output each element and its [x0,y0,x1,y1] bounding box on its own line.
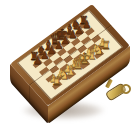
brass-clasp-icon [103,79,133,105]
piece-white-r: ♜ [101,40,111,51]
clasp-pin [105,79,113,89]
square-h1: ♜ [101,45,111,54]
product-photo-chess-set: ♜♞♝♛♚♝♞♜♟♟♟♟♟♟♟♟♟♟♟♟♟♟♟♟♜♞♝♛♚♝♞♜ [0,0,140,140]
